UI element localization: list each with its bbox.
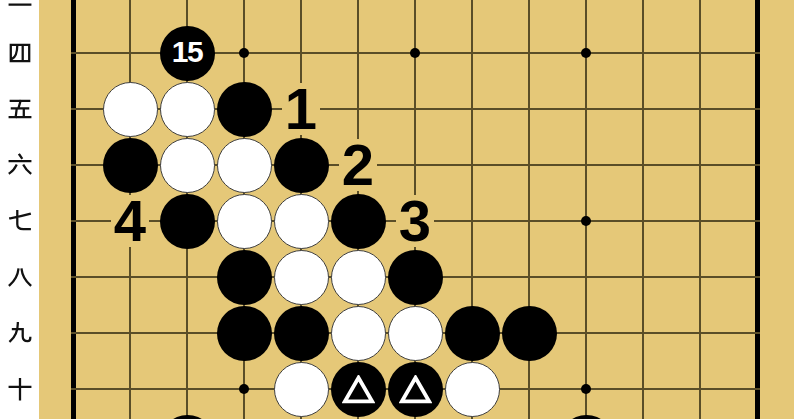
- white-stone: [445, 362, 500, 417]
- triangle-mark-icon: [399, 375, 432, 404]
- grid-line-vertical: [699, 0, 701, 419]
- black-stone-partial: [559, 415, 614, 419]
- black-stone: [217, 306, 272, 361]
- white-stone: [274, 194, 329, 249]
- black-stone: [388, 362, 443, 417]
- black-stone-partial: [160, 415, 215, 419]
- go-diagram: 123415: [0, 0, 800, 419]
- move-number-label: 4: [111, 195, 149, 247]
- white-stone: [274, 362, 329, 417]
- grid-line-vertical: [642, 0, 644, 419]
- move-number-label: 2: [339, 139, 377, 191]
- hoshi-star-point: [581, 48, 591, 58]
- right-margin-strip: [794, 0, 800, 419]
- white-stone: [103, 82, 158, 137]
- move-number-on-stone: 15: [172, 37, 202, 67]
- hoshi-star-point: [410, 48, 420, 58]
- black-stone: [331, 194, 386, 249]
- move-number-label: 1: [282, 83, 320, 135]
- white-stone: [160, 138, 215, 193]
- triangle-mark-icon: [342, 375, 375, 404]
- move-number-label: 3: [396, 195, 434, 247]
- black-stone: [160, 194, 215, 249]
- black-stone: [331, 362, 386, 417]
- black-stone: [274, 306, 329, 361]
- hoshi-star-point: [581, 384, 591, 394]
- row-coordinate-label: [7, 320, 33, 346]
- board-edge-line: [71, 0, 76, 419]
- row-coordinate-label: [7, 96, 33, 122]
- board-edge-line: [755, 0, 760, 419]
- white-stone: [331, 306, 386, 361]
- row-coordinate-label: [7, 152, 33, 178]
- black-stone: [217, 82, 272, 137]
- black-stone: [103, 138, 158, 193]
- white-stone: [331, 250, 386, 305]
- white-stone: [160, 82, 215, 137]
- hoshi-star-point: [239, 48, 249, 58]
- black-stone: [445, 306, 500, 361]
- black-stone: [217, 250, 272, 305]
- row-coordinate-strip: [0, 0, 39, 419]
- black-stone: [274, 138, 329, 193]
- black-stone: [502, 306, 557, 361]
- grid-line-vertical: [585, 0, 587, 419]
- row-coordinate-label: [7, 264, 33, 290]
- black-stone: [388, 250, 443, 305]
- hoshi-star-point: [239, 384, 249, 394]
- row-coordinate-label: [7, 376, 33, 402]
- row-coordinate-label: [7, 0, 33, 10]
- white-stone: [217, 138, 272, 193]
- row-coordinate-label: [7, 208, 33, 234]
- hoshi-star-point: [581, 216, 591, 226]
- white-stone: [217, 194, 272, 249]
- row-coordinate-label: [7, 40, 33, 66]
- black-stone: 15: [160, 26, 215, 81]
- white-stone: [388, 306, 443, 361]
- white-stone: [274, 250, 329, 305]
